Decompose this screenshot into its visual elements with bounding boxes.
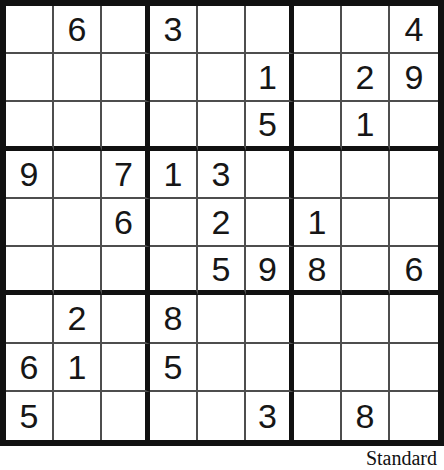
cell-r9c5[interactable]: [198, 392, 246, 440]
cell-r8c9[interactable]: [390, 344, 438, 392]
cell-r2c7[interactable]: [294, 54, 342, 102]
cell-r7c1[interactable]: [6, 295, 54, 343]
cell-r3c8[interactable]: 1: [342, 102, 390, 150]
cell-r3c1[interactable]: [6, 102, 54, 150]
cell-r2c8[interactable]: 2: [342, 54, 390, 102]
cell-r1c9[interactable]: 4: [390, 6, 438, 54]
cell-r6c9[interactable]: 6: [390, 247, 438, 295]
cell-r9c9[interactable]: [390, 392, 438, 440]
cell-r5c8[interactable]: [342, 199, 390, 247]
cell-r4c1[interactable]: 9: [6, 151, 54, 199]
cell-r8c5[interactable]: [198, 344, 246, 392]
puzzle-variant-label: Standard: [366, 447, 437, 469]
cell-r3c6[interactable]: 5: [246, 102, 294, 150]
cell-r5c4[interactable]: [150, 199, 198, 247]
cell-r1c4[interactable]: 3: [150, 6, 198, 54]
cell-r9c4[interactable]: [150, 392, 198, 440]
cell-r1c6[interactable]: [246, 6, 294, 54]
cell-r7c8[interactable]: [342, 295, 390, 343]
cell-r8c6[interactable]: [246, 344, 294, 392]
cell-r4c3[interactable]: 7: [102, 151, 150, 199]
cell-r5c9[interactable]: [390, 199, 438, 247]
sudoku-page: 634129519713621598628615538 Standard: [0, 0, 444, 470]
cell-r2c4[interactable]: [150, 54, 198, 102]
sudoku-board: 634129519713621598628615538: [0, 0, 444, 446]
cell-r4c4[interactable]: 1: [150, 151, 198, 199]
cell-r4c9[interactable]: [390, 151, 438, 199]
cell-r7c4[interactable]: 8: [150, 295, 198, 343]
cell-r3c7[interactable]: [294, 102, 342, 150]
cell-r6c5[interactable]: 5: [198, 247, 246, 295]
cell-r1c5[interactable]: [198, 6, 246, 54]
cell-r9c6[interactable]: 3: [246, 392, 294, 440]
cell-r7c5[interactable]: [198, 295, 246, 343]
cell-r2c9[interactable]: 9: [390, 54, 438, 102]
cell-r1c3[interactable]: [102, 6, 150, 54]
cell-r6c6[interactable]: 9: [246, 247, 294, 295]
cell-r8c4[interactable]: 5: [150, 344, 198, 392]
cell-r7c6[interactable]: [246, 295, 294, 343]
cell-r5c3[interactable]: 6: [102, 199, 150, 247]
cell-r3c9[interactable]: [390, 102, 438, 150]
cell-r7c2[interactable]: 2: [54, 295, 102, 343]
cell-r1c2[interactable]: 6: [54, 6, 102, 54]
cell-r9c1[interactable]: 5: [6, 392, 54, 440]
cell-r6c2[interactable]: [54, 247, 102, 295]
cell-r3c4[interactable]: [150, 102, 198, 150]
cell-r1c8[interactable]: [342, 6, 390, 54]
cell-r6c3[interactable]: [102, 247, 150, 295]
cell-r2c3[interactable]: [102, 54, 150, 102]
cell-r5c2[interactable]: [54, 199, 102, 247]
cell-r9c2[interactable]: [54, 392, 102, 440]
cell-r4c8[interactable]: [342, 151, 390, 199]
cell-r1c7[interactable]: [294, 6, 342, 54]
cell-r2c5[interactable]: [198, 54, 246, 102]
cell-r9c7[interactable]: [294, 392, 342, 440]
cell-r8c8[interactable]: [342, 344, 390, 392]
cell-r4c2[interactable]: [54, 151, 102, 199]
cell-r5c5[interactable]: 2: [198, 199, 246, 247]
cell-r8c1[interactable]: 6: [6, 344, 54, 392]
cell-r3c3[interactable]: [102, 102, 150, 150]
cell-r2c2[interactable]: [54, 54, 102, 102]
cell-r5c6[interactable]: [246, 199, 294, 247]
cell-r5c1[interactable]: [6, 199, 54, 247]
cell-r3c5[interactable]: [198, 102, 246, 150]
cell-r8c2[interactable]: 1: [54, 344, 102, 392]
cell-r7c7[interactable]: [294, 295, 342, 343]
cell-r2c6[interactable]: 1: [246, 54, 294, 102]
cell-r8c7[interactable]: [294, 344, 342, 392]
cell-r4c6[interactable]: [246, 151, 294, 199]
cell-r4c7[interactable]: [294, 151, 342, 199]
cell-r5c7[interactable]: 1: [294, 199, 342, 247]
cell-r3c2[interactable]: [54, 102, 102, 150]
cell-r4c5[interactable]: 3: [198, 151, 246, 199]
cell-r6c1[interactable]: [6, 247, 54, 295]
cell-r8c3[interactable]: [102, 344, 150, 392]
cell-r1c1[interactable]: [6, 6, 54, 54]
cell-r7c9[interactable]: [390, 295, 438, 343]
cell-r6c4[interactable]: [150, 247, 198, 295]
cell-r9c3[interactable]: [102, 392, 150, 440]
cell-r6c7[interactable]: 8: [294, 247, 342, 295]
cell-r2c1[interactable]: [6, 54, 54, 102]
cell-r9c8[interactable]: 8: [342, 392, 390, 440]
cell-r6c8[interactable]: [342, 247, 390, 295]
cell-r7c3[interactable]: [102, 295, 150, 343]
